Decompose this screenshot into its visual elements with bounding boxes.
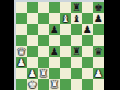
piece-black-bishop: ♝	[71, 13, 82, 24]
square-b5[interactable]	[27, 35, 38, 46]
square-d4[interactable]: ♟	[49, 46, 60, 57]
square-g8[interactable]	[82, 2, 93, 13]
square-b3[interactable]	[27, 57, 38, 68]
square-b7[interactable]	[27, 13, 38, 24]
piece-white-pawn: ♟	[93, 68, 104, 79]
square-g6[interactable]: ♟	[82, 24, 93, 35]
square-h7[interactable]: ♟	[93, 13, 104, 24]
piece-black-pawn: ♟	[93, 13, 104, 24]
square-g1[interactable]	[82, 79, 93, 90]
piece-white-rook: ♜	[49, 79, 60, 90]
chess-board: ♜♚♝♝♟♟♟♛♟♜♛♟♟♜♟♚♜	[16, 2, 104, 90]
square-h3[interactable]	[93, 57, 104, 68]
square-g4[interactable]	[82, 46, 93, 57]
square-a8[interactable]	[16, 2, 27, 13]
square-h8[interactable]: ♚	[93, 2, 104, 13]
square-c3[interactable]	[38, 57, 49, 68]
square-f4[interactable]: ♜	[71, 46, 82, 57]
square-h4[interactable]: ♛	[93, 46, 104, 57]
piece-white-king: ♚	[27, 79, 38, 90]
piece-black-pawn: ♟	[49, 46, 60, 57]
square-e2[interactable]	[60, 68, 71, 79]
square-b6[interactable]	[27, 24, 38, 35]
square-c1[interactable]	[38, 79, 49, 90]
square-h2[interactable]: ♟	[93, 68, 104, 79]
square-g5[interactable]	[82, 35, 93, 46]
square-f3[interactable]	[71, 57, 82, 68]
piece-white-pawn: ♟	[16, 57, 27, 68]
square-f1[interactable]	[71, 79, 82, 90]
square-d6[interactable]: ♟	[49, 24, 60, 35]
square-f6[interactable]	[71, 24, 82, 35]
square-c2[interactable]: ♜	[38, 68, 49, 79]
square-a7[interactable]	[16, 13, 27, 24]
square-d5[interactable]	[49, 35, 60, 46]
square-d8[interactable]	[49, 2, 60, 13]
square-h1[interactable]	[93, 79, 104, 90]
square-b2[interactable]: ♟	[27, 68, 38, 79]
square-d2[interactable]	[49, 68, 60, 79]
square-g3[interactable]	[82, 57, 93, 68]
square-d3[interactable]	[49, 57, 60, 68]
square-h5[interactable]	[93, 35, 104, 46]
square-c4[interactable]	[38, 46, 49, 57]
square-a2[interactable]	[16, 68, 27, 79]
piece-black-pawn: ♟	[82, 24, 93, 35]
square-a3[interactable]: ♟	[16, 57, 27, 68]
square-f2[interactable]	[71, 68, 82, 79]
square-a1[interactable]	[16, 79, 27, 90]
square-e3[interactable]	[60, 57, 71, 68]
square-e1[interactable]	[60, 79, 71, 90]
square-e7[interactable]: ♝	[60, 13, 71, 24]
square-a4[interactable]: ♛	[16, 46, 27, 57]
piece-black-king: ♚	[93, 2, 104, 13]
square-c7[interactable]	[38, 13, 49, 24]
square-h6[interactable]	[93, 24, 104, 35]
square-d1[interactable]: ♜	[49, 79, 60, 90]
piece-white-rook: ♜	[38, 68, 49, 79]
square-c5[interactable]	[38, 35, 49, 46]
piece-black-rook: ♜	[71, 2, 82, 13]
board-frame: ♜♚♝♝♟♟♟♛♟♜♛♟♟♜♟♚♜	[14, 0, 104, 90]
square-f8[interactable]: ♜	[71, 2, 82, 13]
square-a5[interactable]	[16, 35, 27, 46]
square-g2[interactable]	[82, 68, 93, 79]
piece-white-bishop: ♝	[60, 13, 71, 24]
square-b1[interactable]: ♚	[27, 79, 38, 90]
square-e4[interactable]	[60, 46, 71, 57]
square-c8[interactable]	[38, 2, 49, 13]
square-b4[interactable]	[27, 46, 38, 57]
square-e5[interactable]	[60, 35, 71, 46]
piece-black-rook: ♜	[71, 46, 82, 57]
piece-white-queen: ♛	[16, 46, 27, 57]
square-f5[interactable]	[71, 35, 82, 46]
square-a6[interactable]	[16, 24, 27, 35]
square-e6[interactable]	[60, 24, 71, 35]
piece-black-pawn: ♟	[49, 24, 60, 35]
square-c6[interactable]	[38, 24, 49, 35]
square-g7[interactable]	[82, 13, 93, 24]
square-e8[interactable]	[60, 2, 71, 13]
square-f7[interactable]: ♝	[71, 13, 82, 24]
square-b8[interactable]	[27, 2, 38, 13]
piece-white-pawn: ♟	[27, 68, 38, 79]
piece-black-queen: ♛	[93, 46, 104, 57]
square-d7[interactable]	[49, 13, 60, 24]
